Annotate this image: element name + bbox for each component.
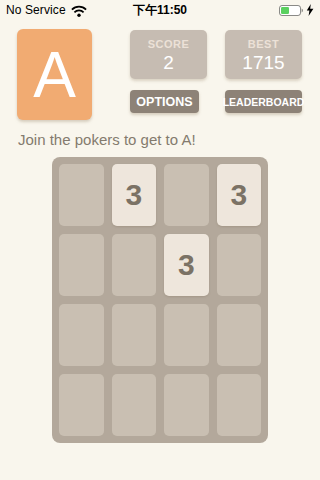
- tile-3-r0c1: 3: [112, 164, 157, 226]
- best-label: BEST: [225, 38, 302, 50]
- board-cell-r2c2: [164, 304, 209, 366]
- app-screen: No Service 下午11:50 A SCORE 2 BEST 1715 O…: [0, 0, 320, 480]
- board-cell-r2c0: [59, 304, 104, 366]
- wifi-icon: [71, 5, 87, 17]
- score-label: SCORE: [130, 38, 207, 50]
- options-button[interactable]: OPTIONS: [130, 90, 199, 113]
- carrier-label: No Service: [6, 3, 66, 17]
- board-cell-r2c1: [112, 304, 157, 366]
- tile-3-r1c2: 3: [164, 234, 209, 296]
- charging-bolt-icon: [306, 4, 314, 16]
- best-box: BEST 1715: [225, 30, 302, 79]
- board-cell-r3c0: [59, 374, 104, 436]
- score-value: 2: [130, 52, 207, 74]
- goal-tile-letter: A: [33, 43, 76, 107]
- status-bar: No Service 下午11:50: [0, 0, 320, 20]
- board[interactable]: 333: [52, 157, 268, 443]
- board-cell-r1c0: [59, 234, 104, 296]
- board-cell-r3c3: [217, 374, 262, 436]
- best-value: 1715: [225, 52, 302, 74]
- board-cell-r0c2: [164, 164, 209, 226]
- board-cell-r3c2: [164, 374, 209, 436]
- board-cell-r3c1: [112, 374, 157, 436]
- board-cell-r0c0: [59, 164, 104, 226]
- tile-3-r0c3: 3: [217, 164, 262, 226]
- board-cell-r2c3: [217, 304, 262, 366]
- tagline: Join the pokers to get to A!: [18, 131, 196, 148]
- score-box: SCORE 2: [130, 30, 207, 79]
- battery-group: [279, 4, 314, 17]
- battery-fill: [281, 7, 289, 14]
- board-cell-r1c1: [112, 234, 157, 296]
- board-cell-r1c3: [217, 234, 262, 296]
- battery-icon: [279, 4, 305, 17]
- goal-tile-logo: A: [17, 29, 92, 120]
- leaderboard-button[interactable]: LEADERBOARD: [225, 90, 302, 113]
